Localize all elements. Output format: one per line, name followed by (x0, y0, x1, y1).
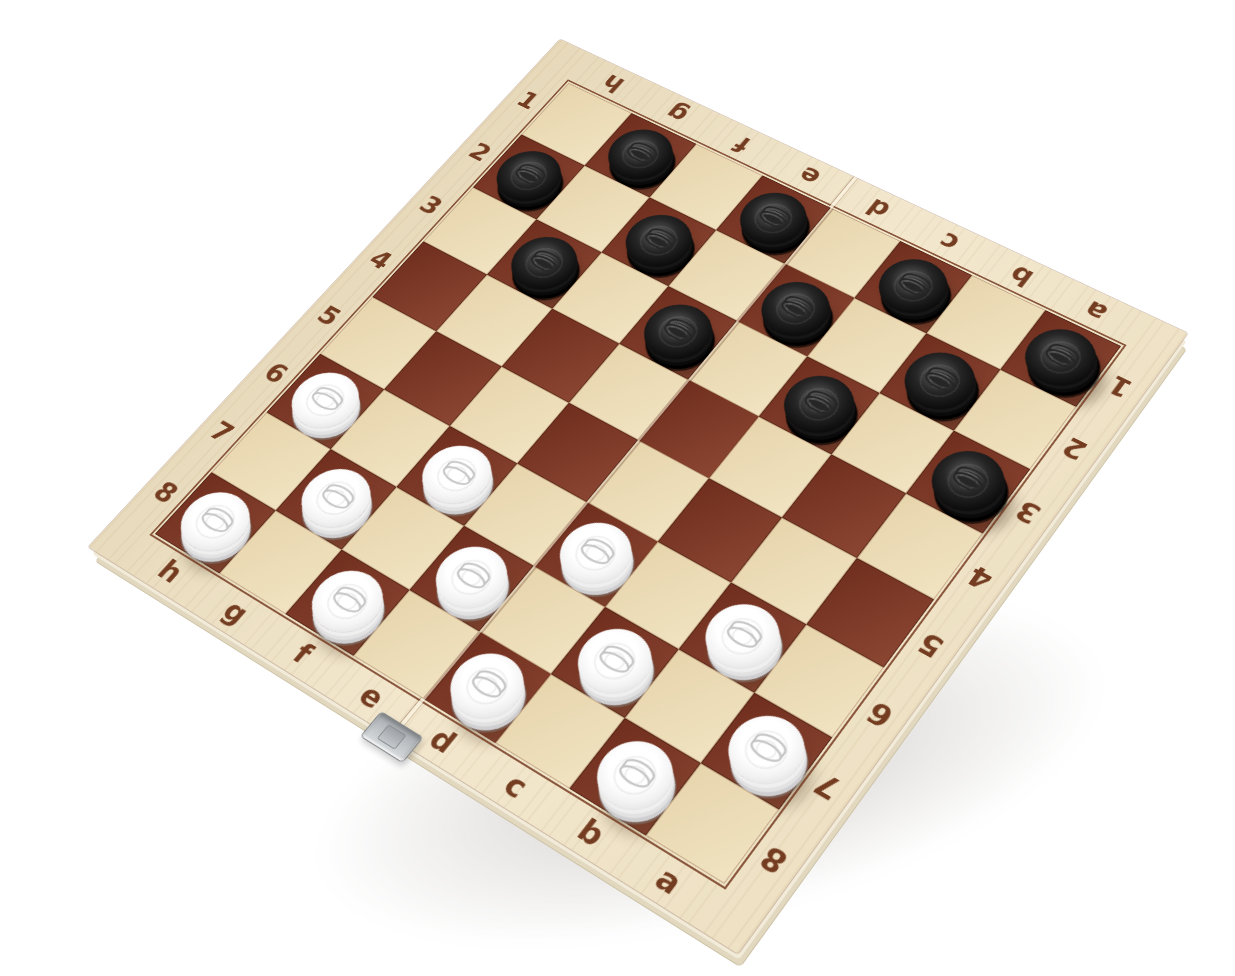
square-d8[interactable]: ⛀ (423, 631, 551, 743)
square-c8[interactable] (495, 674, 625, 789)
board-rotation-wrapper: abcdefgh abcdefgh 87654321 87654321 ⛀⛀⛀⛀… (0, 0, 1235, 976)
square-a8[interactable] (646, 763, 779, 884)
file-label-d: d (392, 699, 496, 782)
square-f7[interactable] (342, 487, 464, 590)
board-top-face: abcdefgh abcdefgh 87654321 87654321 ⛀⛀⛀⛀… (88, 39, 1187, 954)
playing-field: ⛀⛀⛀⛀⛀⛀⛀⛀⛀⛀⛀⛀⛂⛂⛂⛂⛂⛂⛂⛂⛂⛂⛂⛂ (155, 83, 1121, 884)
checker-white-b8[interactable]: ⛀ (582, 729, 688, 824)
square-a3[interactable]: ⛂ (906, 431, 1030, 534)
square-c4[interactable] (709, 417, 831, 518)
checker-white-f8[interactable]: ⛀ (297, 560, 397, 645)
rank-labels-afile-edge: 87654321 (724, 346, 1163, 911)
square-d7[interactable] (479, 566, 605, 674)
square-a2[interactable] (954, 370, 1076, 470)
square-a6[interactable] (754, 624, 884, 737)
checker-white-d8[interactable]: ⛀ (436, 642, 539, 732)
square-e7[interactable]: ⛀ (409, 526, 533, 632)
square-d5[interactable] (587, 440, 709, 542)
file-label-g: g (187, 573, 285, 650)
file-labels-rank8-edge: abcdefgh (123, 534, 724, 926)
square-e8[interactable] (353, 590, 479, 699)
checker-white-b6[interactable]: ⛀ (691, 593, 794, 682)
file-label-h: h (123, 534, 219, 609)
product-photo: abcdefgh abcdefgh 87654321 87654321 ⛀⛀⛀⛀… (0, 0, 1235, 976)
checker-white-e7[interactable]: ⛀ (422, 536, 522, 621)
square-a4[interactable] (857, 493, 983, 599)
file-label-e: e (322, 656, 424, 737)
checker-black-a3[interactable]: ⛂ (918, 440, 1018, 523)
square-b3[interactable] (831, 393, 953, 493)
square-e6[interactable] (464, 463, 586, 565)
square-b8[interactable]: ⛀ (569, 718, 700, 836)
checker-white-d6[interactable]: ⛀ (546, 512, 646, 596)
checker-white-c7[interactable]: ⛀ (563, 618, 666, 707)
square-b4[interactable] (782, 454, 906, 558)
square-c7[interactable]: ⛀ (551, 607, 679, 718)
square-c5[interactable] (658, 478, 782, 582)
square-b5[interactable] (731, 518, 857, 625)
square-c6[interactable] (605, 542, 731, 650)
file-label-f: f (254, 614, 354, 693)
square-a7[interactable]: ⛀ (701, 693, 832, 810)
square-a5[interactable] (806, 558, 934, 668)
square-f8[interactable]: ⛀ (285, 550, 409, 656)
file-label-c: c (464, 743, 570, 828)
checkers-board: abcdefgh abcdefgh 87654321 87654321 ⛀⛀⛀⛀… (88, 39, 1187, 954)
square-g8[interactable] (219, 510, 341, 614)
square-d6[interactable]: ⛀ (534, 502, 658, 607)
fold-seam (390, 698, 425, 738)
checker-white-a7[interactable]: ⛀ (714, 704, 820, 798)
square-b6[interactable]: ⛀ (679, 582, 807, 692)
square-b7[interactable] (625, 649, 755, 763)
